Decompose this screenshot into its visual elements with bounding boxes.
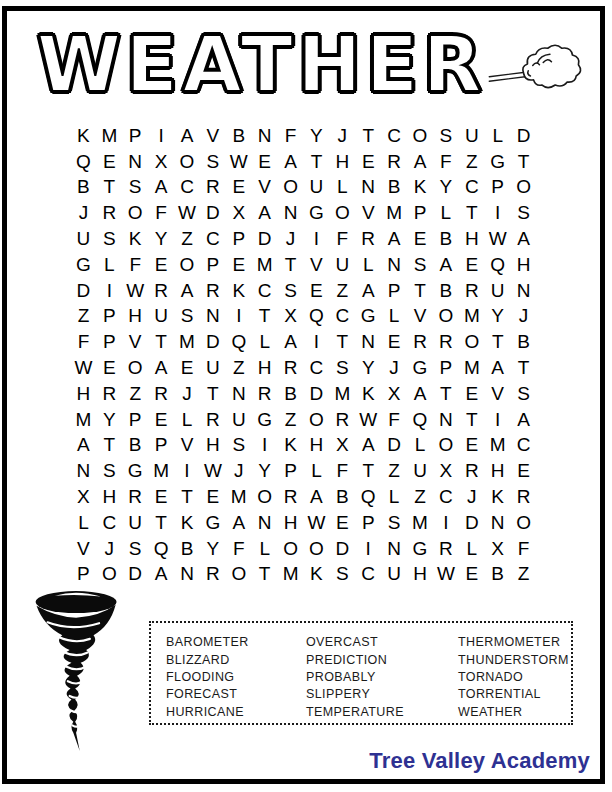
grid-cell-r2c17[interactable]: G: [485, 149, 511, 175]
grid-cell-r4c8[interactable]: A: [252, 200, 278, 226]
grid-cell-r3c11[interactable]: L: [329, 175, 355, 201]
grid-cell-r16c16[interactable]: D: [459, 510, 485, 536]
grid-cell-r18c13[interactable]: U: [381, 562, 407, 588]
grid-cell-r4c5[interactable]: W: [174, 200, 200, 226]
grid-cell-r16c4[interactable]: T: [148, 510, 174, 536]
grid-cell-r9c8[interactable]: L: [252, 329, 278, 355]
grid-cell-r4c3[interactable]: O: [122, 200, 148, 226]
grid-cell-r18c16[interactable]: E: [459, 562, 485, 588]
grid-cell-r2c2[interactable]: E: [96, 149, 122, 175]
grid-cell-r7c3[interactable]: W: [122, 278, 148, 304]
grid-cell-r15c15[interactable]: C: [433, 484, 459, 510]
grid-cell-r3c14[interactable]: K: [407, 175, 433, 201]
grid-cell-r6c15[interactable]: A: [433, 252, 459, 278]
grid-cell-r18c8[interactable]: T: [252, 562, 278, 588]
grid-cell-r16c3[interactable]: U: [122, 510, 148, 536]
grid-cell-r1c18[interactable]: D: [511, 123, 537, 149]
grid-cell-r17c6[interactable]: Y: [200, 536, 226, 562]
grid-cell-r4c16[interactable]: T: [459, 200, 485, 226]
grid-cell-r3c7[interactable]: E: [226, 175, 252, 201]
grid-cell-r10c1[interactable]: W: [70, 355, 96, 381]
grid-cell-r18c18[interactable]: Z: [511, 562, 537, 588]
grid-cell-r13c17[interactable]: M: [485, 433, 511, 459]
grid-cell-r1c3[interactable]: P: [122, 123, 148, 149]
grid-cell-r12c9[interactable]: Z: [278, 407, 304, 433]
grid-cell-r10c8[interactable]: H: [252, 355, 278, 381]
grid-cell-r17c9[interactable]: O: [278, 536, 304, 562]
grid-cell-r16c5[interactable]: K: [174, 510, 200, 536]
grid-cell-r17c2[interactable]: J: [96, 536, 122, 562]
grid-cell-r11c9[interactable]: B: [278, 381, 304, 407]
grid-cell-r18c3[interactable]: D: [122, 562, 148, 588]
grid-cell-r3c18[interactable]: O: [511, 175, 537, 201]
grid-cell-r11c8[interactable]: R: [252, 381, 278, 407]
grid-cell-r2c9[interactable]: A: [278, 149, 304, 175]
grid-cell-r12c10[interactable]: O: [304, 407, 330, 433]
grid-cell-r8c4[interactable]: U: [148, 304, 174, 330]
grid-cell-r13c6[interactable]: H: [200, 433, 226, 459]
grid-cell-r16c7[interactable]: A: [226, 510, 252, 536]
grid-cell-r15c2[interactable]: H: [96, 484, 122, 510]
grid-cell-r1c13[interactable]: C: [381, 123, 407, 149]
grid-cell-r8c17[interactable]: Y: [485, 304, 511, 330]
grid-cell-r17c16[interactable]: L: [459, 536, 485, 562]
grid-cell-r9c14[interactable]: R: [407, 329, 433, 355]
grid-cell-r1c16[interactable]: U: [459, 123, 485, 149]
grid-cell-r15c14[interactable]: Z: [407, 484, 433, 510]
grid-cell-r3c5[interactable]: C: [174, 175, 200, 201]
grid-cell-r7c10[interactable]: E: [304, 278, 330, 304]
grid-cell-r9c1[interactable]: F: [70, 329, 96, 355]
grid-cell-r18c11[interactable]: S: [329, 562, 355, 588]
grid-cell-r9c10[interactable]: I: [304, 329, 330, 355]
grid-cell-r14c15[interactable]: X: [433, 458, 459, 484]
grid-cell-r13c16[interactable]: E: [459, 433, 485, 459]
grid-cell-r4c4[interactable]: F: [148, 200, 174, 226]
grid-cell-r7c6[interactable]: R: [200, 278, 226, 304]
grid-cell-r14c13[interactable]: Z: [381, 458, 407, 484]
grid-cell-r1c10[interactable]: Y: [304, 123, 330, 149]
grid-cell-r3c8[interactable]: V: [252, 175, 278, 201]
grid-cell-r12c2[interactable]: Y: [96, 407, 122, 433]
grid-cell-r15c10[interactable]: A: [304, 484, 330, 510]
grid-cell-r2c8[interactable]: E: [252, 149, 278, 175]
grid-cell-r15c1[interactable]: X: [70, 484, 96, 510]
grid-cell-r8c6[interactable]: N: [200, 304, 226, 330]
grid-cell-r7c5[interactable]: A: [174, 278, 200, 304]
grid-cell-r16c9[interactable]: H: [278, 510, 304, 536]
grid-cell-r6c1[interactable]: G: [70, 252, 96, 278]
grid-cell-r11c5[interactable]: J: [174, 381, 200, 407]
grid-cell-r6c9[interactable]: T: [278, 252, 304, 278]
grid-cell-r1c14[interactable]: O: [407, 123, 433, 149]
grid-cell-r9c7[interactable]: Q: [226, 329, 252, 355]
grid-cell-r4c14[interactable]: P: [407, 200, 433, 226]
grid-cell-r10c5[interactable]: E: [174, 355, 200, 381]
grid-cell-r4c15[interactable]: L: [433, 200, 459, 226]
grid-cell-r4c6[interactable]: D: [200, 200, 226, 226]
grid-cell-r4c9[interactable]: N: [278, 200, 304, 226]
grid-cell-r6c11[interactable]: U: [329, 252, 355, 278]
grid-cell-r16c15[interactable]: I: [433, 510, 459, 536]
grid-cell-r13c8[interactable]: I: [252, 433, 278, 459]
grid-cell-r3c6[interactable]: R: [200, 175, 226, 201]
grid-cell-r14c17[interactable]: H: [485, 458, 511, 484]
grid-cell-r4c7[interactable]: X: [226, 200, 252, 226]
grid-cell-r13c1[interactable]: A: [70, 433, 96, 459]
grid-cell-r12c5[interactable]: L: [174, 407, 200, 433]
grid-cell-r2c5[interactable]: O: [174, 149, 200, 175]
grid-cell-r12c8[interactable]: G: [252, 407, 278, 433]
grid-cell-r5c2[interactable]: S: [96, 226, 122, 252]
grid-cell-r11c16[interactable]: E: [459, 381, 485, 407]
grid-cell-r18c15[interactable]: W: [433, 562, 459, 588]
grid-cell-r1c4[interactable]: I: [148, 123, 174, 149]
grid-cell-r15c5[interactable]: T: [174, 484, 200, 510]
grid-cell-r2c3[interactable]: N: [122, 149, 148, 175]
grid-cell-r8c18[interactable]: J: [511, 304, 537, 330]
grid-cell-r18c14[interactable]: H: [407, 562, 433, 588]
grid-cell-r10c18[interactable]: T: [511, 355, 537, 381]
grid-cell-r17c3[interactable]: S: [122, 536, 148, 562]
grid-cell-r7c15[interactable]: B: [433, 278, 459, 304]
grid-cell-r11c2[interactable]: R: [96, 381, 122, 407]
grid-cell-r12c14[interactable]: Q: [407, 407, 433, 433]
grid-cell-r18c7[interactable]: O: [226, 562, 252, 588]
grid-cell-r3c4[interactable]: A: [148, 175, 174, 201]
grid-cell-r7c4[interactable]: R: [148, 278, 174, 304]
grid-cell-r12c15[interactable]: N: [433, 407, 459, 433]
grid-cell-r3c16[interactable]: C: [459, 175, 485, 201]
grid-cell-r4c11[interactable]: O: [329, 200, 355, 226]
grid-cell-r17c15[interactable]: R: [433, 536, 459, 562]
grid-cell-r1c8[interactable]: N: [252, 123, 278, 149]
grid-cell-r8c9[interactable]: X: [278, 304, 304, 330]
grid-cell-r14c10[interactable]: L: [304, 458, 330, 484]
grid-cell-r8c7[interactable]: I: [226, 304, 252, 330]
grid-cell-r17c7[interactable]: F: [226, 536, 252, 562]
grid-cell-r11c13[interactable]: X: [381, 381, 407, 407]
grid-cell-r2c15[interactable]: F: [433, 149, 459, 175]
grid-cell-r6c14[interactable]: S: [407, 252, 433, 278]
grid-cell-r14c18[interactable]: E: [511, 458, 537, 484]
grid-cell-r2c16[interactable]: Z: [459, 149, 485, 175]
grid-cell-r9c2[interactable]: P: [96, 329, 122, 355]
grid-cell-r13c2[interactable]: T: [96, 433, 122, 459]
grid-cell-r10c11[interactable]: S: [329, 355, 355, 381]
grid-cell-r6c17[interactable]: Q: [485, 252, 511, 278]
grid-cell-r11c6[interactable]: T: [200, 381, 226, 407]
grid-cell-r5c3[interactable]: K: [122, 226, 148, 252]
grid-cell-r15c17[interactable]: K: [485, 484, 511, 510]
grid-cell-r3c15[interactable]: Y: [433, 175, 459, 201]
grid-cell-r6c4[interactable]: E: [148, 252, 174, 278]
grid-cell-r3c17[interactable]: P: [485, 175, 511, 201]
grid-cell-r17c11[interactable]: D: [329, 536, 355, 562]
grid-cell-r14c2[interactable]: S: [96, 458, 122, 484]
grid-cell-r3c3[interactable]: S: [122, 175, 148, 201]
grid-cell-r6c2[interactable]: L: [96, 252, 122, 278]
grid-cell-r13c14[interactable]: L: [407, 433, 433, 459]
grid-cell-r12c11[interactable]: R: [329, 407, 355, 433]
grid-cell-r12c1[interactable]: M: [70, 407, 96, 433]
grid-cell-r8c8[interactable]: T: [252, 304, 278, 330]
grid-cell-r1c17[interactable]: L: [485, 123, 511, 149]
grid-cell-r12c16[interactable]: T: [459, 407, 485, 433]
grid-cell-r13c12[interactable]: A: [355, 433, 381, 459]
grid-cell-r13c4[interactable]: P: [148, 433, 174, 459]
grid-cell-r9c18[interactable]: B: [511, 329, 537, 355]
grid-cell-r17c18[interactable]: F: [511, 536, 537, 562]
grid-cell-r14c3[interactable]: G: [122, 458, 148, 484]
grid-cell-r10c13[interactable]: J: [381, 355, 407, 381]
grid-cell-r16c12[interactable]: P: [355, 510, 381, 536]
grid-cell-r11c4[interactable]: R: [148, 381, 174, 407]
grid-cell-r3c2[interactable]: T: [96, 175, 122, 201]
grid-cell-r10c15[interactable]: P: [433, 355, 459, 381]
grid-cell-r18c5[interactable]: N: [174, 562, 200, 588]
grid-cell-r4c12[interactable]: V: [355, 200, 381, 226]
grid-cell-r11c15[interactable]: T: [433, 381, 459, 407]
grid-cell-r6c7[interactable]: E: [226, 252, 252, 278]
grid-cell-r18c1[interactable]: P: [70, 562, 96, 588]
grid-cell-r10c3[interactable]: O: [122, 355, 148, 381]
grid-cell-r4c10[interactable]: G: [304, 200, 330, 226]
grid-cell-r3c1[interactable]: B: [70, 175, 96, 201]
grid-cell-r8c3[interactable]: H: [122, 304, 148, 330]
grid-cell-r9c12[interactable]: N: [355, 329, 381, 355]
grid-cell-r14c16[interactable]: R: [459, 458, 485, 484]
grid-cell-r10c7[interactable]: Z: [226, 355, 252, 381]
grid-cell-r1c5[interactable]: A: [174, 123, 200, 149]
grid-cell-r11c3[interactable]: Z: [122, 381, 148, 407]
grid-cell-r18c2[interactable]: O: [96, 562, 122, 588]
grid-cell-r15c13[interactable]: L: [381, 484, 407, 510]
grid-cell-r5c5[interactable]: Z: [174, 226, 200, 252]
grid-cell-r8c15[interactable]: O: [433, 304, 459, 330]
grid-cell-r1c11[interactable]: J: [329, 123, 355, 149]
grid-cell-r9c11[interactable]: T: [329, 329, 355, 355]
grid-cell-r15c11[interactable]: B: [329, 484, 355, 510]
grid-cell-r16c13[interactable]: S: [381, 510, 407, 536]
grid-cell-r1c15[interactable]: S: [433, 123, 459, 149]
grid-cell-r2c12[interactable]: E: [355, 149, 381, 175]
grid-cell-r5c11[interactable]: F: [329, 226, 355, 252]
grid-cell-r11c14[interactable]: A: [407, 381, 433, 407]
grid-cell-r6c8[interactable]: M: [252, 252, 278, 278]
grid-cell-r1c1[interactable]: K: [70, 123, 96, 149]
grid-cell-r17c10[interactable]: O: [304, 536, 330, 562]
grid-cell-r15c16[interactable]: J: [459, 484, 485, 510]
grid-cell-r15c3[interactable]: R: [122, 484, 148, 510]
grid-cell-r18c9[interactable]: M: [278, 562, 304, 588]
grid-cell-r5c17[interactable]: W: [485, 226, 511, 252]
grid-cell-r16c17[interactable]: N: [485, 510, 511, 536]
grid-cell-r12c12[interactable]: W: [355, 407, 381, 433]
grid-cell-r3c10[interactable]: U: [304, 175, 330, 201]
grid-cell-r5c14[interactable]: E: [407, 226, 433, 252]
grid-cell-r8c1[interactable]: Z: [70, 304, 96, 330]
grid-cell-r14c6[interactable]: W: [200, 458, 226, 484]
grid-cell-r18c6[interactable]: R: [200, 562, 226, 588]
grid-cell-r16c1[interactable]: L: [70, 510, 96, 536]
grid-cell-r12c7[interactable]: U: [226, 407, 252, 433]
grid-cell-r17c13[interactable]: N: [381, 536, 407, 562]
grid-cell-r13c9[interactable]: K: [278, 433, 304, 459]
grid-cell-r18c4[interactable]: A: [148, 562, 174, 588]
grid-cell-r9c15[interactable]: R: [433, 329, 459, 355]
grid-cell-r7c1[interactable]: D: [70, 278, 96, 304]
grid-cell-r2c11[interactable]: H: [329, 149, 355, 175]
grid-cell-r17c4[interactable]: Q: [148, 536, 174, 562]
grid-cell-r13c5[interactable]: V: [174, 433, 200, 459]
grid-cell-r2c7[interactable]: W: [226, 149, 252, 175]
grid-cell-r8c12[interactable]: G: [355, 304, 381, 330]
grid-cell-r4c18[interactable]: S: [511, 200, 537, 226]
grid-cell-r13c3[interactable]: B: [122, 433, 148, 459]
grid-cell-r12c4[interactable]: E: [148, 407, 174, 433]
grid-cell-r15c18[interactable]: R: [511, 484, 537, 510]
grid-cell-r14c11[interactable]: F: [329, 458, 355, 484]
grid-cell-r16c8[interactable]: N: [252, 510, 278, 536]
grid-cell-r2c18[interactable]: T: [511, 149, 537, 175]
grid-cell-r14c5[interactable]: I: [174, 458, 200, 484]
grid-cell-r4c13[interactable]: M: [381, 200, 407, 226]
grid-cell-r17c1[interactable]: V: [70, 536, 96, 562]
grid-cell-r6c12[interactable]: L: [355, 252, 381, 278]
grid-cell-r5c15[interactable]: B: [433, 226, 459, 252]
grid-cell-r7c16[interactable]: R: [459, 278, 485, 304]
grid-cell-r11c7[interactable]: N: [226, 381, 252, 407]
grid-cell-r12c6[interactable]: R: [200, 407, 226, 433]
grid-cell-r9c3[interactable]: V: [122, 329, 148, 355]
grid-cell-r9c17[interactable]: T: [485, 329, 511, 355]
grid-cell-r7c7[interactable]: K: [226, 278, 252, 304]
grid-cell-r1c6[interactable]: V: [200, 123, 226, 149]
grid-cell-r11c11[interactable]: M: [329, 381, 355, 407]
grid-cell-r6c13[interactable]: N: [381, 252, 407, 278]
grid-cell-r6c18[interactable]: H: [511, 252, 537, 278]
grid-cell-r7c17[interactable]: U: [485, 278, 511, 304]
grid-cell-r8c11[interactable]: C: [329, 304, 355, 330]
grid-cell-r5c4[interactable]: Y: [148, 226, 174, 252]
grid-cell-r13c13[interactable]: D: [381, 433, 407, 459]
grid-cell-r9c9[interactable]: A: [278, 329, 304, 355]
grid-cell-r10c4[interactable]: A: [148, 355, 174, 381]
grid-cell-r1c12[interactable]: T: [355, 123, 381, 149]
grid-cell-r16c14[interactable]: M: [407, 510, 433, 536]
grid-cell-r14c12[interactable]: T: [355, 458, 381, 484]
grid-cell-r13c7[interactable]: S: [226, 433, 252, 459]
grid-cell-r17c17[interactable]: X: [485, 536, 511, 562]
grid-cell-r5c16[interactable]: H: [459, 226, 485, 252]
grid-cell-r2c1[interactable]: Q: [70, 149, 96, 175]
grid-cell-r3c12[interactable]: N: [355, 175, 381, 201]
grid-cell-r12c3[interactable]: P: [122, 407, 148, 433]
grid-cell-r10c17[interactable]: A: [485, 355, 511, 381]
grid-cell-r17c5[interactable]: B: [174, 536, 200, 562]
grid-cell-r14c7[interactable]: J: [226, 458, 252, 484]
grid-cell-r2c10[interactable]: T: [304, 149, 330, 175]
grid-cell-r7c14[interactable]: T: [407, 278, 433, 304]
grid-cell-r9c4[interactable]: T: [148, 329, 174, 355]
grid-cell-r16c6[interactable]: G: [200, 510, 226, 536]
grid-cell-r8c10[interactable]: Q: [304, 304, 330, 330]
grid-cell-r17c8[interactable]: L: [252, 536, 278, 562]
grid-cell-r14c14[interactable]: U: [407, 458, 433, 484]
grid-cell-r8c2[interactable]: P: [96, 304, 122, 330]
grid-cell-r7c13[interactable]: P: [381, 278, 407, 304]
grid-cell-r7c9[interactable]: S: [278, 278, 304, 304]
grid-cell-r17c14[interactable]: G: [407, 536, 433, 562]
grid-cell-r9c16[interactable]: O: [459, 329, 485, 355]
grid-cell-r2c4[interactable]: X: [148, 149, 174, 175]
grid-cell-r16c2[interactable]: C: [96, 510, 122, 536]
grid-cell-r10c10[interactable]: C: [304, 355, 330, 381]
grid-cell-r5c8[interactable]: D: [252, 226, 278, 252]
grid-cell-r9c13[interactable]: E: [381, 329, 407, 355]
grid-cell-r10c16[interactable]: M: [459, 355, 485, 381]
grid-cell-r13c10[interactable]: H: [304, 433, 330, 459]
grid-cell-r8c16[interactable]: M: [459, 304, 485, 330]
grid-cell-r12c17[interactable]: I: [485, 407, 511, 433]
grid-cell-r16c11[interactable]: E: [329, 510, 355, 536]
grid-cell-r7c18[interactable]: N: [511, 278, 537, 304]
grid-cell-r5c18[interactable]: A: [511, 226, 537, 252]
grid-cell-r6c10[interactable]: V: [304, 252, 330, 278]
grid-cell-r11c17[interactable]: V: [485, 381, 511, 407]
grid-cell-r10c12[interactable]: Y: [355, 355, 381, 381]
grid-cell-r11c1[interactable]: H: [70, 381, 96, 407]
grid-cell-r16c10[interactable]: W: [304, 510, 330, 536]
grid-cell-r13c15[interactable]: O: [433, 433, 459, 459]
grid-cell-r12c18[interactable]: A: [511, 407, 537, 433]
grid-cell-r18c10[interactable]: K: [304, 562, 330, 588]
grid-cell-r13c18[interactable]: C: [511, 433, 537, 459]
grid-cell-r2c6[interactable]: S: [200, 149, 226, 175]
grid-cell-r15c6[interactable]: E: [200, 484, 226, 510]
grid-cell-r14c4[interactable]: M: [148, 458, 174, 484]
grid-cell-r1c7[interactable]: B: [226, 123, 252, 149]
grid-cell-r8c13[interactable]: L: [381, 304, 407, 330]
grid-cell-r6c3[interactable]: F: [122, 252, 148, 278]
grid-cell-r7c11[interactable]: Z: [329, 278, 355, 304]
grid-cell-r3c13[interactable]: B: [381, 175, 407, 201]
grid-cell-r4c17[interactable]: I: [485, 200, 511, 226]
grid-cell-r3c9[interactable]: O: [278, 175, 304, 201]
grid-cell-r13c11[interactable]: X: [329, 433, 355, 459]
grid-cell-r4c2[interactable]: R: [96, 200, 122, 226]
grid-cell-r5c7[interactable]: P: [226, 226, 252, 252]
grid-cell-r17c12[interactable]: I: [355, 536, 381, 562]
grid-cell-r5c9[interactable]: J: [278, 226, 304, 252]
grid-cell-r6c6[interactable]: P: [200, 252, 226, 278]
grid-cell-r2c13[interactable]: R: [381, 149, 407, 175]
grid-cell-r5c13[interactable]: A: [381, 226, 407, 252]
grid-cell-r9c6[interactable]: D: [200, 329, 226, 355]
grid-cell-r15c9[interactable]: R: [278, 484, 304, 510]
grid-cell-r5c10[interactable]: I: [304, 226, 330, 252]
grid-cell-r15c8[interactable]: O: [252, 484, 278, 510]
grid-cell-r15c7[interactable]: M: [226, 484, 252, 510]
grid-cell-r18c17[interactable]: B: [485, 562, 511, 588]
grid-cell-r14c1[interactable]: N: [70, 458, 96, 484]
grid-cell-r12c13[interactable]: F: [381, 407, 407, 433]
grid-cell-r10c2[interactable]: E: [96, 355, 122, 381]
grid-cell-r10c6[interactable]: U: [200, 355, 226, 381]
grid-cell-r2c14[interactable]: A: [407, 149, 433, 175]
grid-cell-r6c16[interactable]: E: [459, 252, 485, 278]
